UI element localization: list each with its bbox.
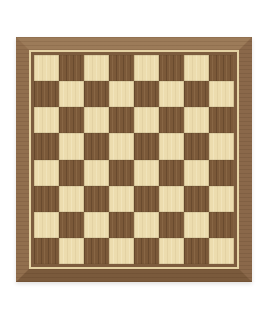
square-h6[interactable] (209, 107, 234, 133)
square-e6[interactable] (134, 107, 159, 133)
square-b7[interactable] (59, 81, 84, 107)
square-h1[interactable] (209, 238, 234, 264)
square-d1[interactable] (109, 238, 134, 264)
square-a1[interactable] (34, 238, 59, 264)
square-f4[interactable] (159, 160, 184, 186)
square-c6[interactable] (84, 107, 109, 133)
square-e1[interactable] (134, 238, 159, 264)
square-a4[interactable] (34, 160, 59, 186)
square-c2[interactable] (84, 212, 109, 238)
square-g6[interactable] (184, 107, 209, 133)
square-d5[interactable] (109, 133, 134, 159)
square-d4[interactable] (109, 160, 134, 186)
square-g3[interactable] (184, 186, 209, 212)
square-a8[interactable] (34, 55, 59, 81)
square-h5[interactable] (209, 133, 234, 159)
square-c3[interactable] (84, 186, 109, 212)
square-b8[interactable] (59, 55, 84, 81)
square-d8[interactable] (109, 55, 134, 81)
square-e5[interactable] (134, 133, 159, 159)
square-e3[interactable] (134, 186, 159, 212)
board-inlay-line (29, 50, 239, 269)
square-g5[interactable] (184, 133, 209, 159)
square-d7[interactable] (109, 81, 134, 107)
square-e4[interactable] (134, 160, 159, 186)
square-f2[interactable] (159, 212, 184, 238)
square-b2[interactable] (59, 212, 84, 238)
square-d2[interactable] (109, 212, 134, 238)
square-c1[interactable] (84, 238, 109, 264)
square-f5[interactable] (159, 133, 184, 159)
square-d6[interactable] (109, 107, 134, 133)
board-margin (31, 52, 237, 267)
square-a6[interactable] (34, 107, 59, 133)
square-g1[interactable] (184, 238, 209, 264)
square-a3[interactable] (34, 186, 59, 212)
chess-board (34, 55, 234, 264)
square-b6[interactable] (59, 107, 84, 133)
square-e2[interactable] (134, 212, 159, 238)
square-c5[interactable] (84, 133, 109, 159)
square-c7[interactable] (84, 81, 109, 107)
square-b5[interactable] (59, 133, 84, 159)
square-g4[interactable] (184, 160, 209, 186)
square-h4[interactable] (209, 160, 234, 186)
square-c4[interactable] (84, 160, 109, 186)
square-a2[interactable] (34, 212, 59, 238)
square-h3[interactable] (209, 186, 234, 212)
square-c8[interactable] (84, 55, 109, 81)
square-f8[interactable] (159, 55, 184, 81)
square-a5[interactable] (34, 133, 59, 159)
square-h7[interactable] (209, 81, 234, 107)
square-a7[interactable] (34, 81, 59, 107)
square-e7[interactable] (134, 81, 159, 107)
square-e8[interactable] (134, 55, 159, 81)
square-b3[interactable] (59, 186, 84, 212)
photo-background (0, 0, 270, 320)
square-d3[interactable] (109, 186, 134, 212)
square-f1[interactable] (159, 238, 184, 264)
square-f6[interactable] (159, 107, 184, 133)
square-g2[interactable] (184, 212, 209, 238)
square-h2[interactable] (209, 212, 234, 238)
square-f3[interactable] (159, 186, 184, 212)
square-b1[interactable] (59, 238, 84, 264)
square-f7[interactable] (159, 81, 184, 107)
square-b4[interactable] (59, 160, 84, 186)
square-g8[interactable] (184, 55, 209, 81)
square-h8[interactable] (209, 55, 234, 81)
square-g7[interactable] (184, 81, 209, 107)
chess-board-frame (16, 37, 252, 282)
